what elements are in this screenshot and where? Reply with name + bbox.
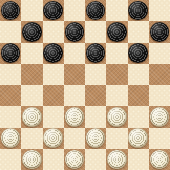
square-r3c2[interactable]	[43, 64, 64, 85]
square-r6c0[interactable]	[0, 128, 21, 149]
square-r5c6[interactable]	[128, 106, 149, 127]
white-piece[interactable]	[22, 107, 42, 127]
square-r3c3[interactable]	[64, 64, 85, 85]
black-piece[interactable]	[43, 1, 63, 21]
white-piece[interactable]	[107, 150, 127, 170]
square-r6c5[interactable]	[106, 128, 127, 149]
square-r2c2[interactable]	[43, 43, 64, 64]
square-r7c6[interactable]	[128, 149, 149, 170]
square-r2c1[interactable]	[21, 43, 42, 64]
white-piece[interactable]	[22, 150, 42, 170]
square-r5c4[interactable]	[85, 106, 106, 127]
square-r5c5[interactable]	[106, 106, 127, 127]
white-piece[interactable]	[43, 128, 63, 148]
black-piece[interactable]	[86, 43, 106, 63]
square-r2c3[interactable]	[64, 43, 85, 64]
square-r2c5[interactable]	[106, 43, 127, 64]
square-r4c6[interactable]	[128, 85, 149, 106]
square-r0c6[interactable]	[128, 0, 149, 21]
square-r7c3[interactable]	[64, 149, 85, 170]
white-piece[interactable]	[128, 128, 148, 148]
square-r3c0[interactable]	[0, 64, 21, 85]
square-r1c6[interactable]	[128, 21, 149, 42]
square-r1c7[interactable]	[149, 21, 170, 42]
square-r4c4[interactable]	[85, 85, 106, 106]
square-r1c4[interactable]	[85, 21, 106, 42]
square-r3c1[interactable]	[21, 64, 42, 85]
square-r6c2[interactable]	[43, 128, 64, 149]
square-r3c5[interactable]	[106, 64, 127, 85]
square-r4c1[interactable]	[21, 85, 42, 106]
white-piece[interactable]	[86, 128, 106, 148]
square-r5c1[interactable]	[21, 106, 42, 127]
black-piece[interactable]	[1, 1, 21, 21]
square-r3c4[interactable]	[85, 64, 106, 85]
square-r0c7[interactable]	[149, 0, 170, 21]
square-r0c4[interactable]	[85, 0, 106, 21]
black-piece[interactable]	[1, 43, 21, 63]
square-r2c4[interactable]	[85, 43, 106, 64]
white-piece[interactable]	[150, 150, 170, 170]
black-piece[interactable]	[22, 22, 42, 42]
white-piece[interactable]	[150, 107, 170, 127]
square-r0c2[interactable]	[43, 0, 64, 21]
square-r5c2[interactable]	[43, 106, 64, 127]
square-r3c6[interactable]	[128, 64, 149, 85]
square-r2c7[interactable]	[149, 43, 170, 64]
square-r4c2[interactable]	[43, 85, 64, 106]
square-r0c1[interactable]	[21, 0, 42, 21]
square-r7c2[interactable]	[43, 149, 64, 170]
square-r4c3[interactable]	[64, 85, 85, 106]
square-r3c7[interactable]	[149, 64, 170, 85]
square-r6c7[interactable]	[149, 128, 170, 149]
white-piece[interactable]	[65, 150, 85, 170]
black-piece[interactable]	[86, 1, 106, 21]
square-r7c4[interactable]	[85, 149, 106, 170]
square-r7c0[interactable]	[0, 149, 21, 170]
square-r0c0[interactable]	[0, 0, 21, 21]
checkers-board	[0, 0, 170, 170]
square-r0c3[interactable]	[64, 0, 85, 21]
square-r1c1[interactable]	[21, 21, 42, 42]
square-r5c7[interactable]	[149, 106, 170, 127]
black-piece[interactable]	[107, 22, 127, 42]
black-piece[interactable]	[128, 43, 148, 63]
square-r6c4[interactable]	[85, 128, 106, 149]
square-r1c2[interactable]	[43, 21, 64, 42]
square-r5c3[interactable]	[64, 106, 85, 127]
square-r4c0[interactable]	[0, 85, 21, 106]
square-r7c1[interactable]	[21, 149, 42, 170]
white-piece[interactable]	[107, 107, 127, 127]
square-r6c6[interactable]	[128, 128, 149, 149]
square-r0c5[interactable]	[106, 0, 127, 21]
white-piece[interactable]	[1, 128, 21, 148]
square-r1c0[interactable]	[0, 21, 21, 42]
square-r1c5[interactable]	[106, 21, 127, 42]
square-r2c0[interactable]	[0, 43, 21, 64]
square-r4c7[interactable]	[149, 85, 170, 106]
black-piece[interactable]	[65, 22, 85, 42]
square-r4c5[interactable]	[106, 85, 127, 106]
square-r7c5[interactable]	[106, 149, 127, 170]
black-piece[interactable]	[43, 43, 63, 63]
square-r2c6[interactable]	[128, 43, 149, 64]
square-r6c1[interactable]	[21, 128, 42, 149]
square-r7c7[interactable]	[149, 149, 170, 170]
square-r1c3[interactable]	[64, 21, 85, 42]
square-r6c3[interactable]	[64, 128, 85, 149]
black-piece[interactable]	[128, 1, 148, 21]
square-r5c0[interactable]	[0, 106, 21, 127]
white-piece[interactable]	[65, 107, 85, 127]
black-piece[interactable]	[150, 22, 170, 42]
